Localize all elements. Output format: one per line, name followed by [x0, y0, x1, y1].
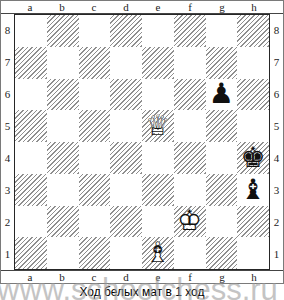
- square-f8: [174, 15, 206, 47]
- square-f6: [174, 79, 206, 111]
- square-d3: [110, 174, 142, 206]
- square-f3: [174, 174, 206, 206]
- square-g8: [206, 15, 238, 47]
- square-h4: ♚: [237, 142, 269, 174]
- board-frame: abcdefgh 87654321 ♟♛♕♚♝♚♔♝♗ 87654321 abc…: [0, 0, 284, 284]
- rank-labels-left: 87654321: [1, 14, 14, 270]
- square-c8: [79, 15, 111, 47]
- square-e3: [142, 174, 174, 206]
- square-g3: [206, 174, 238, 206]
- white-queen-glyph: ♕: [145, 112, 170, 140]
- file-label-f: f: [174, 1, 206, 13]
- square-g4: [206, 142, 238, 174]
- square-h5: [237, 110, 269, 142]
- file-label-c: c: [78, 1, 110, 13]
- file-label-h: h: [238, 271, 270, 283]
- white-queen: ♛♕: [142, 110, 174, 142]
- rank-label-6: 6: [270, 78, 283, 110]
- square-c6: [79, 79, 111, 111]
- file-label-d: d: [110, 1, 142, 13]
- square-e1: ♝♗: [142, 237, 174, 269]
- square-e2: [142, 206, 174, 238]
- square-a2: [15, 206, 47, 238]
- rank-label-2: 2: [270, 206, 283, 238]
- square-g2: [206, 206, 238, 238]
- square-a1: [15, 237, 47, 269]
- square-b2: [47, 206, 79, 238]
- white-king: ♚♔: [174, 206, 206, 238]
- square-a3: [15, 174, 47, 206]
- square-d8: [110, 15, 142, 47]
- white-bishop: ♝♗: [142, 237, 174, 269]
- rank-label-7: 7: [1, 46, 14, 78]
- square-a4: [15, 142, 47, 174]
- square-c5: [79, 110, 111, 142]
- square-h1: [237, 237, 269, 269]
- rank-label-3: 3: [1, 174, 14, 206]
- square-a8: [15, 15, 47, 47]
- square-e6: [142, 79, 174, 111]
- square-d7: [110, 47, 142, 79]
- square-a5: [15, 110, 47, 142]
- square-e4: [142, 142, 174, 174]
- square-h7: [237, 47, 269, 79]
- square-g1: [206, 237, 238, 269]
- square-a7: [15, 47, 47, 79]
- square-d2: [110, 206, 142, 238]
- square-c1: [79, 237, 111, 269]
- square-c4: [79, 142, 111, 174]
- square-b4: [47, 142, 79, 174]
- square-b3: [47, 174, 79, 206]
- chess-puzzle-diagram: abcdefgh 87654321 ♟♛♕♚♝♚♔♝♗ 87654321 abc…: [0, 0, 284, 300]
- square-g5: [206, 110, 238, 142]
- square-e7: [142, 47, 174, 79]
- square-h2: [237, 206, 269, 238]
- square-f4: [174, 142, 206, 174]
- file-label-d: d: [110, 271, 142, 283]
- file-label-g: g: [206, 1, 238, 13]
- square-d1: [110, 237, 142, 269]
- rank-label-5: 5: [270, 110, 283, 142]
- file-label-e: e: [142, 271, 174, 283]
- square-b5: [47, 110, 79, 142]
- file-label-f: f: [174, 271, 206, 283]
- square-b6: [47, 79, 79, 111]
- rank-label-1: 1: [1, 238, 14, 270]
- chess-board: ♟♛♕♚♝♚♔♝♗: [14, 14, 270, 270]
- file-label-h: h: [238, 1, 270, 13]
- square-h8: [237, 15, 269, 47]
- rank-label-4: 4: [270, 142, 283, 174]
- rank-label-8: 8: [1, 14, 14, 46]
- square-f2: ♚♔: [174, 206, 206, 238]
- rank-label-2: 2: [1, 206, 14, 238]
- white-bishop-glyph: ♗: [145, 239, 170, 267]
- rank-label-5: 5: [1, 110, 14, 142]
- rank-label-1: 1: [270, 238, 283, 270]
- file-label-c: c: [78, 271, 110, 283]
- square-h6: [237, 79, 269, 111]
- board-middle-row: 87654321 ♟♛♕♚♝♚♔♝♗ 87654321: [1, 14, 283, 270]
- square-b7: [47, 47, 79, 79]
- square-f5: [174, 110, 206, 142]
- file-labels-bottom: abcdefgh: [1, 270, 283, 283]
- file-label-e: e: [142, 1, 174, 13]
- square-b8: [47, 15, 79, 47]
- square-a6: [15, 79, 47, 111]
- rank-label-4: 4: [1, 142, 14, 174]
- puzzle-caption: Ход белых мат в 1 ход: [0, 284, 284, 300]
- file-labels-top: abcdefgh: [1, 1, 283, 14]
- white-king-glyph: ♔: [177, 207, 202, 235]
- square-c2: [79, 206, 111, 238]
- file-label-b: b: [46, 1, 78, 13]
- square-e5: ♛♕: [142, 110, 174, 142]
- file-label-b: b: [46, 271, 78, 283]
- square-g7: [206, 47, 238, 79]
- file-label-a: a: [14, 271, 46, 283]
- black-king: ♚: [237, 142, 269, 174]
- square-e8: [142, 15, 174, 47]
- file-label-g: g: [206, 271, 238, 283]
- square-h3: ♝: [237, 174, 269, 206]
- square-f1: [174, 237, 206, 269]
- rank-labels-right: 87654321: [270, 14, 283, 270]
- black-bishop: ♝: [237, 174, 269, 206]
- black-pawn: ♟: [206, 79, 238, 111]
- square-c7: [79, 47, 111, 79]
- square-g6: ♟: [206, 79, 238, 111]
- rank-label-6: 6: [1, 78, 14, 110]
- square-d5: [110, 110, 142, 142]
- square-b1: [47, 237, 79, 269]
- file-label-a: a: [14, 1, 46, 13]
- rank-label-8: 8: [270, 14, 283, 46]
- rank-label-7: 7: [270, 46, 283, 78]
- square-c3: [79, 174, 111, 206]
- rank-label-3: 3: [270, 174, 283, 206]
- square-d4: [110, 142, 142, 174]
- square-d6: [110, 79, 142, 111]
- square-f7: [174, 47, 206, 79]
